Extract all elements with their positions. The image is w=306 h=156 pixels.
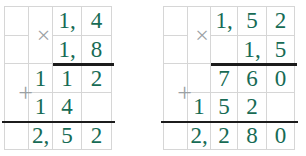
digit: 4 xyxy=(91,9,103,32)
cell-r4c3: 5 xyxy=(211,93,238,122)
cell-r5c4: 2 xyxy=(82,122,112,151)
multiply-sign-icon: × xyxy=(195,23,209,47)
digit: 0 xyxy=(275,67,287,90)
cell-r1c3: 1, xyxy=(53,7,82,36)
digit: 8 xyxy=(91,38,103,61)
digit: 2 xyxy=(91,67,103,90)
plus-sign-cell: + xyxy=(5,64,29,121)
cell-r1c1 xyxy=(5,7,29,36)
multiplication-rule xyxy=(53,63,114,65)
cell-r3c4: 6 xyxy=(238,64,267,93)
cell-r1c4: 5 xyxy=(238,7,267,36)
digit: 7 xyxy=(218,67,230,90)
plus-sign-cell: + xyxy=(164,64,188,121)
cell-r5c4: 8 xyxy=(238,122,267,151)
cell-r3c5: 0 xyxy=(267,64,295,93)
digit: 2 xyxy=(275,9,287,32)
addition-rule xyxy=(2,121,115,123)
digit: 2 xyxy=(218,124,230,147)
digit: 4 xyxy=(61,95,73,118)
digit: 5 xyxy=(275,38,287,61)
multiplication-rule xyxy=(211,63,297,65)
cell-r5c1 xyxy=(164,122,188,151)
digit: 2 xyxy=(246,95,258,118)
digit: 1, xyxy=(215,9,232,32)
multiplication-grid-right: ×1,521,5+7601522,280 xyxy=(163,6,295,150)
cell-r1c5: 2 xyxy=(267,7,295,36)
digit: 1, xyxy=(243,38,260,61)
cell-r5c1 xyxy=(5,122,29,151)
digit: 5 xyxy=(246,9,258,32)
cell-r2c1 xyxy=(164,36,188,65)
digit: 1, xyxy=(58,9,75,32)
digit: 2 xyxy=(91,124,103,147)
cell-r1c4: 4 xyxy=(82,7,112,36)
cell-r2c3 xyxy=(211,36,238,65)
digit: 0 xyxy=(275,124,287,147)
digit: 8 xyxy=(246,124,258,147)
digit: 1, xyxy=(58,38,75,61)
cell-r4c3: 4 xyxy=(53,93,82,122)
digit: 5 xyxy=(218,95,230,118)
cell-r5c3: 2 xyxy=(211,122,238,151)
cell-r1c3: 1, xyxy=(211,7,238,36)
cell-r3c3: 7 xyxy=(211,64,238,93)
multiply-sign-cell: × xyxy=(29,7,53,64)
digit: 1 xyxy=(35,95,47,118)
digit: 2, xyxy=(32,124,49,147)
cell-r2c4: 8 xyxy=(82,36,112,65)
digit: 1 xyxy=(193,95,205,118)
cell-r2c3: 1, xyxy=(53,36,82,65)
cell-r4c4 xyxy=(82,93,112,122)
plus-sign-icon: + xyxy=(18,80,33,106)
cell-r2c5: 5 xyxy=(267,36,295,65)
multiply-sign-cell: × xyxy=(188,7,211,64)
cell-r5c2: 2, xyxy=(188,122,211,151)
cell-r3c3: 1 xyxy=(53,64,82,93)
cell-r2c1 xyxy=(5,36,29,65)
cell-r5c2: 2, xyxy=(29,122,53,151)
digit: 1 xyxy=(61,67,73,90)
digit: 1 xyxy=(35,67,47,90)
cell-r5c5: 0 xyxy=(267,122,295,151)
cell-r4c5 xyxy=(267,93,295,122)
cell-r2c4: 1, xyxy=(238,36,267,65)
digit: 5 xyxy=(61,124,73,147)
cell-r5c3: 5 xyxy=(53,122,82,151)
multiply-sign-icon: × xyxy=(37,23,51,47)
digit: 6 xyxy=(246,67,258,90)
cell-r4c4: 2 xyxy=(238,93,267,122)
digit: 2, xyxy=(190,124,207,147)
addition-rule xyxy=(161,121,298,123)
cell-r3c4: 2 xyxy=(82,64,112,93)
cell-r1c1 xyxy=(164,7,188,36)
plus-sign-icon: + xyxy=(177,80,192,106)
multiplication-grid-left: ×1,41,8+112142,52 xyxy=(4,6,112,150)
